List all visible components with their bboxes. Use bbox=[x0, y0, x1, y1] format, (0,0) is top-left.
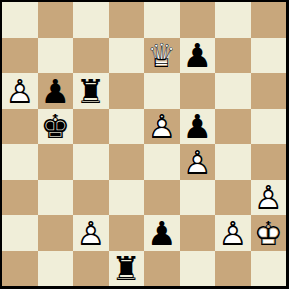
piece-black-pawn: ♟ bbox=[180, 109, 216, 145]
square-a1[interactable] bbox=[2, 251, 38, 287]
square-e4[interactable] bbox=[144, 144, 180, 180]
square-f4[interactable]: ♟♙ bbox=[180, 144, 216, 180]
square-f2[interactable] bbox=[180, 215, 216, 251]
square-b5[interactable]: ♚ bbox=[38, 109, 74, 145]
chess-board-frame: ♛♕♟♟♙♟♜♚♟♙♟♟♙♟♙♟♙♟♟♙♚♔♜ bbox=[0, 0, 288, 288]
square-a6[interactable]: ♟♙ bbox=[2, 73, 38, 109]
white-piece-outline: ♙ bbox=[253, 181, 283, 214]
square-b1[interactable] bbox=[38, 251, 74, 287]
square-c8[interactable] bbox=[73, 2, 109, 38]
piece-white-pawn: ♟♙ bbox=[180, 144, 216, 180]
square-b2[interactable] bbox=[38, 215, 74, 251]
white-piece-outline: ♙ bbox=[5, 74, 35, 107]
white-piece-outline: ♙ bbox=[218, 216, 248, 249]
square-f5[interactable]: ♟ bbox=[180, 109, 216, 145]
square-g8[interactable] bbox=[215, 2, 251, 38]
square-h5[interactable] bbox=[251, 109, 287, 145]
square-d8[interactable] bbox=[109, 2, 145, 38]
black-piece-glyph: ♟ bbox=[182, 110, 212, 143]
square-g1[interactable] bbox=[215, 251, 251, 287]
square-c2[interactable]: ♟♙ bbox=[73, 215, 109, 251]
chess-board: ♛♕♟♟♙♟♜♚♟♙♟♟♙♟♙♟♙♟♟♙♚♔♜ bbox=[2, 2, 286, 286]
square-e5[interactable]: ♟♙ bbox=[144, 109, 180, 145]
white-piece-outline: ♕ bbox=[147, 39, 177, 72]
square-h6[interactable] bbox=[251, 73, 287, 109]
square-g7[interactable] bbox=[215, 38, 251, 74]
square-h1[interactable] bbox=[251, 251, 287, 287]
square-b6[interactable]: ♟ bbox=[38, 73, 74, 109]
square-e1[interactable] bbox=[144, 251, 180, 287]
black-piece-glyph: ♜ bbox=[76, 74, 106, 107]
square-e6[interactable] bbox=[144, 73, 180, 109]
square-h4[interactable] bbox=[251, 144, 287, 180]
piece-black-rook: ♜ bbox=[73, 73, 109, 109]
square-d6[interactable] bbox=[109, 73, 145, 109]
square-c3[interactable] bbox=[73, 180, 109, 216]
square-a2[interactable] bbox=[2, 215, 38, 251]
square-d1[interactable]: ♜ bbox=[109, 251, 145, 287]
piece-black-pawn: ♟ bbox=[180, 38, 216, 74]
square-b4[interactable] bbox=[38, 144, 74, 180]
black-piece-glyph: ♟ bbox=[182, 39, 212, 72]
black-piece-glyph: ♟ bbox=[147, 216, 177, 249]
square-e8[interactable] bbox=[144, 2, 180, 38]
white-piece-outline: ♔ bbox=[253, 216, 283, 249]
square-e2[interactable]: ♟ bbox=[144, 215, 180, 251]
square-f7[interactable]: ♟ bbox=[180, 38, 216, 74]
square-e7[interactable]: ♛♕ bbox=[144, 38, 180, 74]
square-c7[interactable] bbox=[73, 38, 109, 74]
square-c5[interactable] bbox=[73, 109, 109, 145]
square-b8[interactable] bbox=[38, 2, 74, 38]
square-d2[interactable] bbox=[109, 215, 145, 251]
square-h2[interactable]: ♚♔ bbox=[251, 215, 287, 251]
square-g3[interactable] bbox=[215, 180, 251, 216]
square-f1[interactable] bbox=[180, 251, 216, 287]
black-piece-glyph: ♚ bbox=[40, 110, 70, 143]
square-c1[interactable] bbox=[73, 251, 109, 287]
square-f8[interactable] bbox=[180, 2, 216, 38]
square-d4[interactable] bbox=[109, 144, 145, 180]
piece-white-queen: ♛♕ bbox=[144, 38, 180, 74]
square-b7[interactable] bbox=[38, 38, 74, 74]
square-a8[interactable] bbox=[2, 2, 38, 38]
square-h7[interactable] bbox=[251, 38, 287, 74]
square-e3[interactable] bbox=[144, 180, 180, 216]
square-g6[interactable] bbox=[215, 73, 251, 109]
square-c4[interactable] bbox=[73, 144, 109, 180]
white-piece-outline: ♙ bbox=[182, 145, 212, 178]
square-h3[interactable]: ♟♙ bbox=[251, 180, 287, 216]
square-a5[interactable] bbox=[2, 109, 38, 145]
black-piece-glyph: ♟ bbox=[40, 74, 70, 107]
piece-white-pawn: ♟♙ bbox=[144, 109, 180, 145]
white-piece-outline: ♙ bbox=[76, 216, 106, 249]
square-d5[interactable] bbox=[109, 109, 145, 145]
piece-white-king: ♚♔ bbox=[251, 215, 287, 251]
square-f3[interactable] bbox=[180, 180, 216, 216]
piece-white-pawn: ♟♙ bbox=[251, 180, 287, 216]
square-b3[interactable] bbox=[38, 180, 74, 216]
square-a3[interactable] bbox=[2, 180, 38, 216]
piece-white-pawn: ♟♙ bbox=[2, 73, 38, 109]
piece-white-pawn: ♟♙ bbox=[215, 215, 251, 251]
piece-white-pawn: ♟♙ bbox=[73, 215, 109, 251]
piece-black-pawn: ♟ bbox=[38, 73, 74, 109]
square-h8[interactable] bbox=[251, 2, 287, 38]
square-g4[interactable] bbox=[215, 144, 251, 180]
piece-black-king: ♚ bbox=[38, 109, 74, 145]
black-piece-glyph: ♜ bbox=[111, 252, 141, 285]
square-c6[interactable]: ♜ bbox=[73, 73, 109, 109]
square-a4[interactable] bbox=[2, 144, 38, 180]
white-piece-outline: ♙ bbox=[147, 110, 177, 143]
square-g2[interactable]: ♟♙ bbox=[215, 215, 251, 251]
piece-black-pawn: ♟ bbox=[144, 215, 180, 251]
square-d3[interactable] bbox=[109, 180, 145, 216]
square-f6[interactable] bbox=[180, 73, 216, 109]
square-g5[interactable] bbox=[215, 109, 251, 145]
square-a7[interactable] bbox=[2, 38, 38, 74]
piece-black-rook: ♜ bbox=[109, 251, 145, 287]
square-d7[interactable] bbox=[109, 38, 145, 74]
